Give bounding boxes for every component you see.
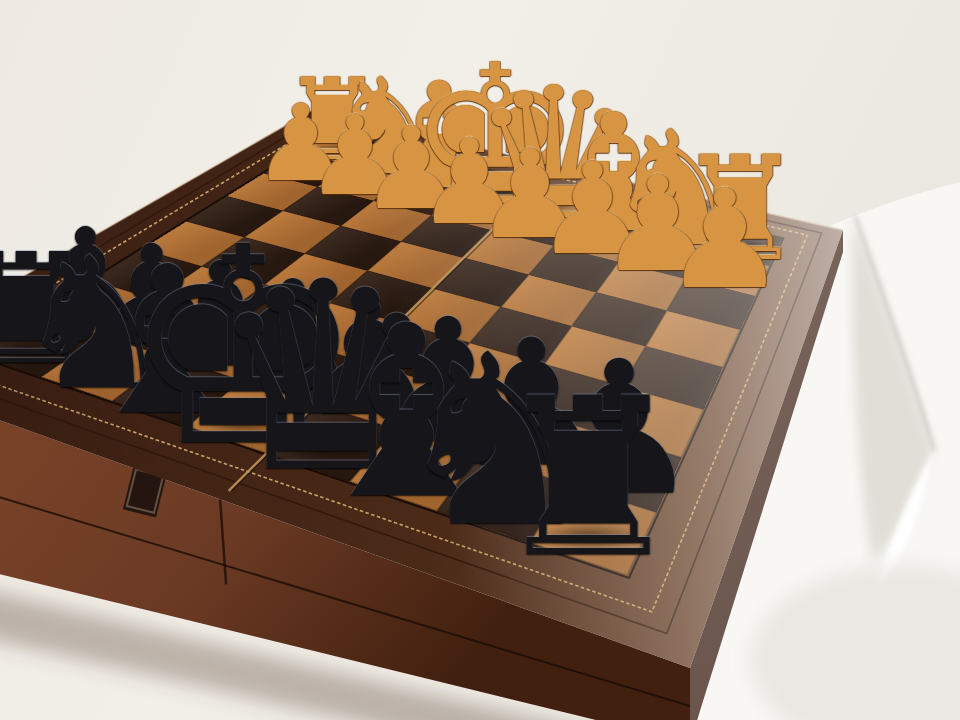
scene-photo: ♜♞♝♛♚♝♞♜♟♟♟♟♟♟♟♟♟♟♟♟♟♟♟♟♜♞♝♛♚♝♞♜ bbox=[0, 0, 960, 720]
pieces-layer: ♜♞♝♛♚♝♞♜♟♟♟♟♟♟♟♟♟♟♟♟♟♟♟♟♜♞♝♛♚♝♞♜ bbox=[0, 0, 960, 720]
piece-black-rook[interactable]: ♜ bbox=[479, 369, 697, 587]
piece-white-pawn[interactable]: ♟ bbox=[656, 171, 793, 308]
